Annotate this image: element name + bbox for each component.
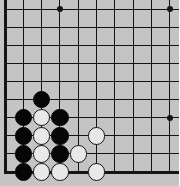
go-stone-black[interactable] (15, 163, 33, 181)
go-stone-black[interactable] (51, 109, 69, 127)
go-stone-white[interactable] (33, 163, 51, 181)
go-stone-white[interactable] (51, 163, 69, 181)
go-stone-white[interactable] (33, 109, 51, 127)
go-stone-white[interactable] (88, 163, 106, 181)
go-stone-black[interactable] (33, 91, 51, 109)
go-stone-black[interactable] (51, 145, 69, 163)
go-stone-white[interactable] (33, 145, 51, 163)
go-stone-white[interactable] (88, 127, 106, 145)
grid-line (4, 9, 180, 10)
grid-line (4, 63, 180, 64)
go-stone-black[interactable] (15, 145, 33, 163)
go-stone-black[interactable] (15, 109, 33, 127)
go-stone-white[interactable] (33, 127, 51, 145)
go-stone-white[interactable] (70, 145, 88, 163)
star-point (167, 115, 173, 121)
go-stone-black[interactable] (51, 127, 69, 145)
go-board[interactable] (0, 0, 179, 186)
grid-line (4, 27, 180, 28)
go-stone-black[interactable] (15, 127, 33, 145)
star-point (57, 6, 63, 12)
grid-line (4, 81, 180, 82)
star-point (167, 6, 173, 12)
grid-line (4, 45, 180, 46)
grid-line (4, 99, 180, 100)
